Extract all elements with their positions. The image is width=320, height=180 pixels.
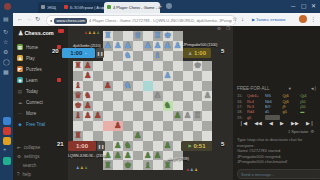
tab-video[interactable]: Б.ЗО/Игроки | Анфиса	[61, 2, 107, 14]
square-b4[interactable]	[83, 131, 93, 141]
chat-placeholder: Send a message...	[241, 172, 274, 177]
move-red[interactable]: Rc3	[247, 104, 263, 109]
square-e7[interactable]	[113, 101, 123, 111]
square-g7[interactable]	[133, 101, 143, 111]
home-icon: ▦	[17, 44, 23, 50]
blue-captured-tray: ♟♟♟♟	[84, 31, 100, 35]
sidebar-item-connect[interactable]: ☁Connect	[17, 97, 65, 107]
square-g13[interactable]	[133, 41, 143, 51]
square-d11[interactable]	[103, 61, 113, 71]
maximize-button[interactable]: ▢	[301, 2, 307, 10]
rail-app-youtube[interactable]	[3, 127, 11, 135]
captured-pawn-blue: ♟	[76, 166, 80, 170]
blue-score: 20	[52, 48, 59, 54]
panel-header: FREE-FOR-ALL + ◄)	[237, 86, 316, 91]
square-b11[interactable]	[83, 61, 93, 71]
square-e8[interactable]	[113, 91, 123, 101]
sidebar-item-free-trial[interactable]: ◆Free Trial	[17, 119, 65, 129]
square-f2[interactable]	[123, 151, 133, 161]
square-i5[interactable]	[153, 121, 163, 131]
square-e13[interactable]	[113, 41, 123, 51]
square-f14[interactable]	[123, 31, 133, 41]
square-l9[interactable]	[183, 81, 193, 91]
captured-pawn-green: ♟	[84, 166, 88, 170]
sidebar-item-learn[interactable]: ◉Learn	[17, 75, 65, 85]
rail-app-yellow[interactable]	[3, 137, 11, 145]
move-green[interactable]: j10	[300, 104, 316, 109]
green-flag-icon: ⚑	[187, 144, 191, 149]
square-e12[interactable]	[113, 51, 123, 61]
square-d5[interactable]	[103, 121, 113, 131]
square-i8[interactable]	[153, 91, 163, 101]
square-d13[interactable]	[103, 41, 113, 51]
square-f1[interactable]	[123, 160, 133, 170]
logo-text: Chess.com	[24, 30, 53, 36]
square-h5[interactable]	[143, 121, 153, 131]
square-e10[interactable]	[113, 71, 123, 81]
square-l11[interactable]	[183, 61, 193, 71]
spectator-count: 1 Spectator	[288, 129, 308, 134]
address-domain: www.chess.com	[54, 18, 87, 24]
edge-sidebar-rail: ▤ ↻ ☆ ⚙ ◯ ▦ +	[0, 13, 13, 180]
chat-input[interactable]: Send a message...	[237, 169, 320, 179]
address-input[interactable]: ● www.chess.com 4 Player Chess - Game #5…	[46, 15, 236, 26]
square-l7[interactable]	[183, 101, 193, 111]
minimize-button[interactable]: ─	[291, 2, 295, 10]
square-d10[interactable]	[103, 71, 113, 81]
learn-icon: ◉	[17, 77, 23, 83]
more-icon: ⋯	[17, 110, 23, 116]
tab-avatar	[166, 3, 172, 9]
square-i3[interactable]	[153, 141, 163, 151]
square-a11[interactable]	[73, 61, 83, 71]
square-e4[interactable]	[113, 131, 123, 141]
ffa-cross-icon: +	[288, 86, 291, 91]
square-b6[interactable]	[83, 111, 93, 121]
square-i10[interactable]	[153, 71, 163, 81]
square-e3[interactable]	[113, 141, 123, 151]
move-yellow[interactable]: j9	[282, 104, 298, 109]
red-player-name[interactable]: LQWN.JLND.W... (2356)	[68, 154, 106, 158]
mode-label: FREE-FOR-ALL	[237, 86, 270, 91]
connect-icon: ☁	[17, 99, 23, 105]
fast-back-button[interactable]: ◀◀	[254, 120, 262, 126]
square-i1[interactable]	[153, 160, 163, 170]
move-green[interactable]: j10	[300, 99, 316, 104]
fast-forward-button[interactable]: ▶▶	[291, 120, 299, 126]
square-b7[interactable]	[83, 101, 93, 111]
square-c7[interactable]	[93, 101, 103, 111]
captured-pawn-yellow: ♟	[80, 166, 84, 170]
yellow-dead-pawn-icon: ♟	[188, 51, 192, 56]
square-h13[interactable]	[143, 41, 153, 51]
square-a8[interactable]	[73, 91, 83, 101]
menu-dots-icon[interactable]: ⋮	[310, 16, 316, 23]
square-g14[interactable]	[133, 31, 143, 41]
square-f12[interactable]	[123, 51, 133, 61]
chesscom-logo[interactable]: ♟ Chess.com	[18, 29, 54, 36]
red-pause-icon[interactable]: ❚❚	[97, 141, 105, 151]
rail-add-icon[interactable]: +	[3, 146, 7, 153]
square-e2[interactable]	[113, 151, 123, 161]
square-g4[interactable]	[133, 131, 143, 141]
square-n10[interactable]	[202, 71, 212, 81]
square-k1[interactable]	[173, 160, 183, 170]
settings-icon: ⚙	[17, 154, 21, 159]
sidebar-item-today[interactable]: ▤Today	[17, 86, 65, 96]
square-k14[interactable]	[173, 31, 183, 41]
square-f8[interactable]	[123, 91, 133, 101]
square-m5[interactable]	[193, 121, 203, 131]
square-e6[interactable]	[113, 111, 123, 121]
sidebar-item-puzzles[interactable]: ◩Puzzles	[17, 64, 65, 74]
rail-app-blue[interactable]	[3, 117, 11, 125]
sidebar-item-play[interactable]: ♟Play	[17, 53, 65, 63]
move-row-16[interactable]: 16.Rc4Nb6Qj6j10	[237, 98, 316, 103]
captured-pawn-blue: ♟	[190, 168, 194, 172]
square-m11[interactable]	[193, 61, 203, 71]
board-fullscreen-icon[interactable]: ❐	[226, 26, 230, 31]
square-i12[interactable]	[153, 51, 163, 61]
square-h12[interactable]	[143, 51, 153, 61]
square-h4[interactable]	[143, 131, 153, 141]
square-a5[interactable]	[73, 121, 83, 131]
square-k10[interactable]	[173, 71, 183, 81]
blue-player-name[interactable]: djukGzebs (2510)	[73, 44, 101, 48]
square-j7[interactable]	[163, 101, 173, 111]
move-row-18[interactable]: 18.Rd4d5g5▬	[237, 109, 316, 114]
square-l6[interactable]	[183, 111, 193, 121]
square-c11[interactable]	[93, 61, 103, 71]
square-j6[interactable]	[163, 111, 173, 121]
square-n6[interactable]	[202, 111, 212, 121]
logo-badge	[58, 29, 64, 33]
square-a9[interactable]	[73, 81, 83, 91]
square-h2[interactable]	[143, 151, 153, 161]
square-j10[interactable]	[163, 71, 173, 81]
square-k11[interactable]	[173, 61, 183, 71]
captured-pawn-yellow: ♟	[88, 31, 92, 35]
square-m4[interactable]	[193, 131, 203, 141]
square-m8[interactable]	[193, 91, 203, 101]
square-d7[interactable]	[103, 101, 113, 111]
square-i2[interactable]	[153, 151, 163, 161]
move-blue[interactable]: Nb6	[265, 99, 281, 104]
play-icon: ♟	[17, 55, 23, 61]
rail-app-teal[interactable]	[3, 157, 11, 165]
square-k5[interactable]	[173, 121, 183, 131]
square-k13[interactable]	[173, 41, 183, 51]
panel-gear-icon[interactable]: ⚙	[310, 129, 314, 134]
square-m6[interactable]	[193, 111, 203, 121]
sidebar-footer-help[interactable]: ?help	[17, 169, 65, 179]
yellow-clock: ♟ 1:00	[183, 48, 211, 58]
move-red[interactable]: g5	[247, 115, 263, 120]
yellow-player-name[interactable]: JPvingador500 (1500)	[183, 43, 217, 47]
chat-message: JPvingador500 checkmated!	[237, 159, 316, 165]
green-score: 5	[221, 141, 224, 147]
square-c8[interactable]	[93, 91, 103, 101]
back-button[interactable]: ◀	[269, 120, 273, 126]
square-k9[interactable]	[173, 81, 183, 91]
move-green[interactable]: ▬	[300, 109, 316, 114]
chat-message: Type /stop chat to deactivate chat for e…	[237, 137, 316, 148]
today-icon: ▤	[17, 88, 23, 94]
square-n11[interactable]	[202, 61, 212, 71]
square-d8[interactable]	[103, 91, 113, 101]
square-m9[interactable]	[193, 81, 203, 91]
square-k7[interactable]	[173, 101, 183, 111]
square-c5[interactable]	[93, 121, 103, 131]
square-d1[interactable]	[103, 160, 113, 170]
square-g11[interactable]	[133, 61, 143, 71]
extension-pill[interactable]: ▶ Запись отзывов	[252, 15, 285, 24]
bookmark-star-icon[interactable]: ☆	[232, 16, 237, 23]
square-c6[interactable]	[93, 111, 103, 121]
rail-gear-icon[interactable]: ⚙	[3, 49, 8, 56]
rail-star-icon[interactable]: ☆	[3, 39, 8, 46]
square-f6[interactable]	[123, 111, 133, 121]
search-icon: ◌	[17, 163, 20, 168]
square-g9[interactable]	[133, 81, 143, 91]
captured-pawn-red: ♟	[84, 31, 88, 35]
square-k6[interactable]	[173, 111, 183, 121]
square-d14[interactable]	[103, 31, 113, 41]
square-c10[interactable]	[93, 71, 103, 81]
rail-circle-icon[interactable]: ◯	[3, 59, 10, 66]
extension-icon: ▶	[252, 17, 255, 22]
square-j11[interactable]	[163, 61, 173, 71]
square-g8[interactable]	[133, 91, 143, 101]
extension-label: Запись отзывов	[256, 17, 285, 22]
square-d4[interactable]	[103, 131, 113, 141]
square-i9[interactable]	[153, 81, 163, 91]
square-f5[interactable]	[123, 121, 133, 131]
collapse-icon: ⇤	[17, 145, 21, 150]
square-f9[interactable]	[123, 81, 133, 91]
square-a10[interactable]	[73, 71, 83, 81]
square-h6[interactable]	[143, 111, 153, 121]
notification-badge	[57, 78, 61, 82]
spectator-row: 1 Spectator ⚙	[237, 129, 314, 134]
move-yellow[interactable]: Qj6	[282, 93, 298, 98]
move-red[interactable]: Rc4	[247, 99, 263, 104]
square-h11[interactable]	[143, 61, 153, 71]
red-captured-tray: ♟♟♟	[76, 166, 88, 170]
square-d12[interactable]	[103, 51, 113, 61]
square-l4[interactable]	[183, 131, 193, 141]
square-f3[interactable]	[123, 141, 133, 151]
square-b10[interactable]	[83, 71, 93, 81]
square-i6[interactable]	[153, 111, 163, 121]
rail-refresh-icon[interactable]: ↻	[3, 29, 8, 36]
square-j8[interactable]	[163, 91, 173, 101]
square-l8[interactable]	[183, 91, 193, 101]
move-yellow[interactable]: g5	[282, 109, 298, 114]
green-captured-tray: ♟♟♟	[186, 168, 198, 172]
square-i7[interactable]	[153, 101, 163, 111]
tab-label: Б.ЗО/Игроки | Анфиса	[70, 5, 107, 10]
square-i14[interactable]	[153, 31, 163, 41]
tab-favicon	[41, 5, 45, 9]
square-b8[interactable]	[83, 91, 93, 101]
logo-pawn-icon: ♟	[18, 29, 23, 36]
browser-tabbar: ЭКЩ Б.ЗО/Игроки | Анфиса 4 Player Chess …	[0, 0, 320, 13]
forward-icon[interactable]: →	[26, 16, 32, 23]
move-row-17[interactable]: 17.Rc3Bi9j9j10	[237, 104, 316, 109]
move-yellow[interactable]: Qj6	[282, 99, 298, 104]
move-red[interactable]: Qxb4+	[247, 93, 263, 98]
screen: ЭКЩ Б.ЗО/Игроки | Анфиса 4 Player Chess …	[0, 0, 320, 180]
square-j4[interactable]	[163, 131, 173, 141]
square-b9[interactable]	[83, 81, 93, 91]
board-settings-gear-icon[interactable]: ⚙	[217, 26, 221, 31]
square-a6[interactable]	[73, 111, 83, 121]
move-blue[interactable]	[265, 115, 281, 120]
square-j12[interactable]	[163, 51, 173, 61]
square-n8[interactable]	[202, 91, 212, 101]
square-n9[interactable]	[202, 81, 212, 91]
square-g12[interactable]	[133, 51, 143, 61]
last-move-button[interactable]: ▶❘	[306, 120, 314, 126]
move-blue[interactable]: Nf6	[265, 93, 281, 98]
square-f11[interactable]	[123, 61, 133, 71]
square-i4[interactable]	[153, 131, 163, 141]
tab-label: 4 Player Chess - Game - 4	[113, 5, 160, 10]
square-j1[interactable]	[163, 160, 173, 170]
rail-grid-icon[interactable]: ▦	[3, 69, 9, 76]
square-f7[interactable]	[123, 101, 133, 111]
captured-pawn-yellow: ♟	[92, 31, 96, 35]
yellow-score: 5	[221, 48, 224, 54]
lock-icon: ●	[50, 18, 52, 23]
move-red[interactable]: Rd4	[247, 109, 263, 114]
tab-favicon-red	[64, 5, 68, 9]
square-n4[interactable]	[202, 131, 212, 141]
move-blue[interactable]: Bi9	[265, 104, 281, 109]
captured-pawn-green: ♟	[96, 31, 100, 35]
square-e1[interactable]	[113, 160, 123, 170]
first-move-button[interactable]: ❘◀	[239, 120, 247, 126]
square-j13[interactable]	[163, 41, 173, 51]
square-g3[interactable]	[133, 141, 143, 151]
back-icon[interactable]: ←	[17, 16, 23, 23]
square-a7[interactable]	[73, 101, 83, 111]
move-list[interactable]: 15.Qxb4+Nf6Qj6Qj416.Rc4Nb6Qj6j1017.Rc3Bi…	[237, 93, 316, 120]
square-e5[interactable]	[113, 121, 123, 131]
move-controls: ❘◀ ◀◀ ◀ ▶ ▶▶ ▶❘	[239, 120, 314, 126]
square-g10[interactable]	[133, 71, 143, 81]
square-f4[interactable]	[123, 131, 133, 141]
square-g2[interactable]	[133, 151, 143, 161]
square-m7[interactable]	[193, 101, 203, 111]
square-n7[interactable]	[202, 101, 212, 111]
square-h8[interactable]	[143, 91, 153, 101]
square-e14[interactable]	[113, 31, 123, 41]
square-f10[interactable]	[123, 71, 133, 81]
chat-log[interactable]: Type /stop chat to deactivate chat for e…	[237, 137, 316, 165]
square-j5[interactable]	[163, 121, 173, 131]
square-f13[interactable]	[123, 41, 133, 51]
blue-clock: 1:00 ◔	[62, 48, 95, 58]
square-k4[interactable]	[173, 131, 183, 141]
square-g1[interactable]	[133, 160, 143, 170]
green-player-name[interactable]: alfeyK (2938)	[168, 157, 189, 161]
square-l5[interactable]	[183, 121, 193, 131]
square-c4[interactable]	[93, 131, 103, 141]
captured-pawn-red: ♟	[186, 168, 190, 172]
square-h1[interactable]	[143, 160, 153, 170]
move-green[interactable]: Qj4	[300, 93, 316, 98]
red-score: 21	[57, 141, 64, 147]
square-d6[interactable]	[103, 111, 113, 121]
red-clock: 1:00	[68, 141, 96, 151]
square-j3[interactable]	[163, 141, 173, 151]
square-h14[interactable]	[143, 31, 153, 41]
blue-clock-icon: ◔	[84, 51, 86, 56]
tab-favicon-green	[107, 5, 111, 9]
square-e11[interactable]	[113, 61, 123, 71]
refresh-icon[interactable]: ↻	[35, 16, 40, 23]
square-h10[interactable]	[143, 71, 153, 81]
rail-toggle-icon[interactable]: ▤	[3, 16, 9, 23]
square-h3[interactable]	[143, 141, 153, 151]
app-icon	[4, 3, 11, 10]
square-i11[interactable]	[153, 61, 163, 71]
profile-avatar[interactable]	[299, 15, 307, 23]
puzzles-icon: ◩	[17, 66, 23, 72]
move-blue[interactable]: d5	[265, 109, 281, 114]
sidebar-item-more[interactable]: ⋯More	[17, 108, 65, 118]
square-h9[interactable]	[143, 81, 153, 91]
free trial-icon: ◆	[17, 121, 23, 127]
square-g5[interactable]	[133, 121, 143, 131]
square-k8[interactable]	[173, 91, 183, 101]
captured-pawn-yellow: ♟	[194, 168, 198, 172]
sound-icon[interactable]: ◄)	[310, 86, 316, 91]
help-icon: ?	[17, 172, 20, 177]
square-n5[interactable]	[202, 121, 212, 131]
forward-button[interactable]: ▶	[280, 120, 284, 126]
close-button[interactable]: ✕	[311, 2, 316, 10]
tab-active-chess[interactable]: 4 Player Chess - Game - 4	[104, 2, 160, 14]
square-b5[interactable]	[83, 121, 93, 131]
square-e9[interactable]	[113, 81, 123, 91]
square-h7[interactable]	[143, 101, 153, 111]
square-g6[interactable]	[133, 111, 143, 121]
square-l10[interactable]	[183, 71, 193, 81]
square-k12[interactable]	[173, 51, 183, 61]
move-row-15[interactable]: 15.Qxb4+Nf6Qj6Qj4	[237, 93, 316, 98]
square-i13[interactable]	[153, 41, 163, 51]
address-title: 4 Player Chess - Game #5272783 - LQWN.U.…	[89, 18, 232, 23]
square-j9[interactable]	[163, 81, 173, 91]
blue-pause-icon[interactable]: ❚❚	[96, 48, 104, 58]
green-clock: ⚑ 0:51	[181, 141, 212, 151]
tab-label: ЭКЩ	[47, 5, 56, 10]
download-icon[interactable]: ↓	[241, 16, 244, 23]
new-tab-button[interactable]: +	[158, 3, 162, 10]
square-a4[interactable]	[73, 131, 83, 141]
square-j14[interactable]	[163, 31, 173, 41]
square-c9[interactable]	[93, 81, 103, 91]
square-m10[interactable]	[193, 71, 203, 81]
square-d9[interactable]	[103, 81, 113, 91]
